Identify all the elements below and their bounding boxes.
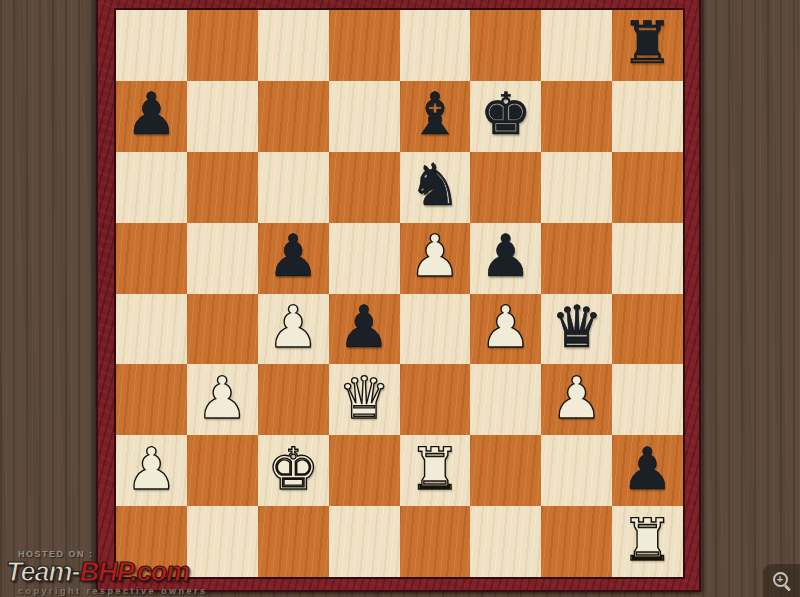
square-e6: ♞ bbox=[400, 152, 471, 223]
square-f2 bbox=[470, 435, 541, 506]
square-b7 bbox=[187, 81, 258, 152]
square-d8 bbox=[329, 10, 400, 81]
square-g3: ♟ bbox=[541, 364, 612, 435]
square-f7: ♚ bbox=[470, 81, 541, 152]
white-pawn: ♟ bbox=[480, 298, 532, 356]
square-b6 bbox=[187, 152, 258, 223]
square-e2: ♜ bbox=[400, 435, 471, 506]
logo-team-part: Team- bbox=[6, 557, 80, 587]
square-c8 bbox=[258, 10, 329, 81]
square-c4: ♟ bbox=[258, 294, 329, 365]
black-pawn: ♟ bbox=[338, 298, 390, 356]
white-rook: ♜ bbox=[622, 511, 674, 569]
square-a3 bbox=[116, 364, 187, 435]
white-queen: ♛ bbox=[338, 369, 390, 427]
magnifier-plus-icon: + bbox=[772, 571, 792, 591]
black-rook: ♜ bbox=[622, 14, 674, 72]
square-c5: ♟ bbox=[258, 223, 329, 294]
square-b4 bbox=[187, 294, 258, 365]
square-e8 bbox=[400, 10, 471, 81]
square-g4: ♛ bbox=[541, 294, 612, 365]
white-pawn: ♟ bbox=[551, 369, 603, 427]
white-pawn: ♟ bbox=[409, 227, 461, 285]
square-a8 bbox=[116, 10, 187, 81]
square-b3: ♟ bbox=[187, 364, 258, 435]
square-d1 bbox=[329, 506, 400, 577]
square-b5 bbox=[187, 223, 258, 294]
square-a2: ♟ bbox=[116, 435, 187, 506]
white-pawn: ♟ bbox=[196, 369, 248, 427]
square-b2 bbox=[187, 435, 258, 506]
square-d3: ♛ bbox=[329, 364, 400, 435]
square-a4 bbox=[116, 294, 187, 365]
square-e4 bbox=[400, 294, 471, 365]
square-f3 bbox=[470, 364, 541, 435]
square-f1 bbox=[470, 506, 541, 577]
square-a5 bbox=[116, 223, 187, 294]
square-c6 bbox=[258, 152, 329, 223]
logo-bhp-part: BHP.com bbox=[80, 557, 190, 587]
square-h1: ♜ bbox=[612, 506, 683, 577]
square-d4: ♟ bbox=[329, 294, 400, 365]
watermark: HOSTED ON : Team-BHP.com copyright respe… bbox=[6, 549, 208, 596]
square-d2 bbox=[329, 435, 400, 506]
black-queen: ♛ bbox=[551, 298, 603, 356]
square-h8: ♜ bbox=[612, 10, 683, 81]
square-g2 bbox=[541, 435, 612, 506]
black-pawn: ♟ bbox=[125, 85, 177, 143]
square-f4: ♟ bbox=[470, 294, 541, 365]
black-king: ♚ bbox=[480, 85, 532, 143]
white-king: ♚ bbox=[267, 440, 319, 498]
square-d5 bbox=[329, 223, 400, 294]
square-d7 bbox=[329, 81, 400, 152]
black-bishop: ♝ bbox=[409, 85, 461, 143]
square-e5: ♟ bbox=[400, 223, 471, 294]
square-h6 bbox=[612, 152, 683, 223]
black-pawn: ♟ bbox=[267, 227, 319, 285]
hosted-image-viewer: ♜♟♝♚♞♟♟♟♟♟♟♛♟♛♟♟♚♜♟♜ HOSTED ON : Team-BH… bbox=[0, 0, 800, 597]
square-c2: ♚ bbox=[258, 435, 329, 506]
square-c1 bbox=[258, 506, 329, 577]
square-c3 bbox=[258, 364, 329, 435]
black-knight: ♞ bbox=[409, 156, 461, 214]
white-pawn: ♟ bbox=[125, 440, 177, 498]
square-e3 bbox=[400, 364, 471, 435]
square-a7: ♟ bbox=[116, 81, 187, 152]
square-d6 bbox=[329, 152, 400, 223]
black-pawn: ♟ bbox=[480, 227, 532, 285]
white-pawn: ♟ bbox=[267, 298, 319, 356]
chess-board: ♜♟♝♚♞♟♟♟♟♟♟♛♟♛♟♟♚♜♟♜ bbox=[114, 8, 685, 579]
square-h4 bbox=[612, 294, 683, 365]
square-h3 bbox=[612, 364, 683, 435]
black-pawn: ♟ bbox=[622, 440, 674, 498]
square-f8 bbox=[470, 10, 541, 81]
square-h7 bbox=[612, 81, 683, 152]
square-c7 bbox=[258, 81, 329, 152]
square-e7: ♝ bbox=[400, 81, 471, 152]
square-a6 bbox=[116, 152, 187, 223]
team-bhp-logo: Team-BHP.com bbox=[6, 559, 208, 586]
square-f5: ♟ bbox=[470, 223, 541, 294]
square-h2: ♟ bbox=[612, 435, 683, 506]
square-g8 bbox=[541, 10, 612, 81]
square-f6 bbox=[470, 152, 541, 223]
square-g7 bbox=[541, 81, 612, 152]
square-g1 bbox=[541, 506, 612, 577]
zoom-button[interactable]: + bbox=[763, 564, 800, 597]
square-h5 bbox=[612, 223, 683, 294]
copyright-label: copyright respective owners bbox=[18, 586, 208, 596]
square-e1 bbox=[400, 506, 471, 577]
white-rook: ♜ bbox=[409, 440, 461, 498]
square-b8 bbox=[187, 10, 258, 81]
square-g6 bbox=[541, 152, 612, 223]
square-g5 bbox=[541, 223, 612, 294]
